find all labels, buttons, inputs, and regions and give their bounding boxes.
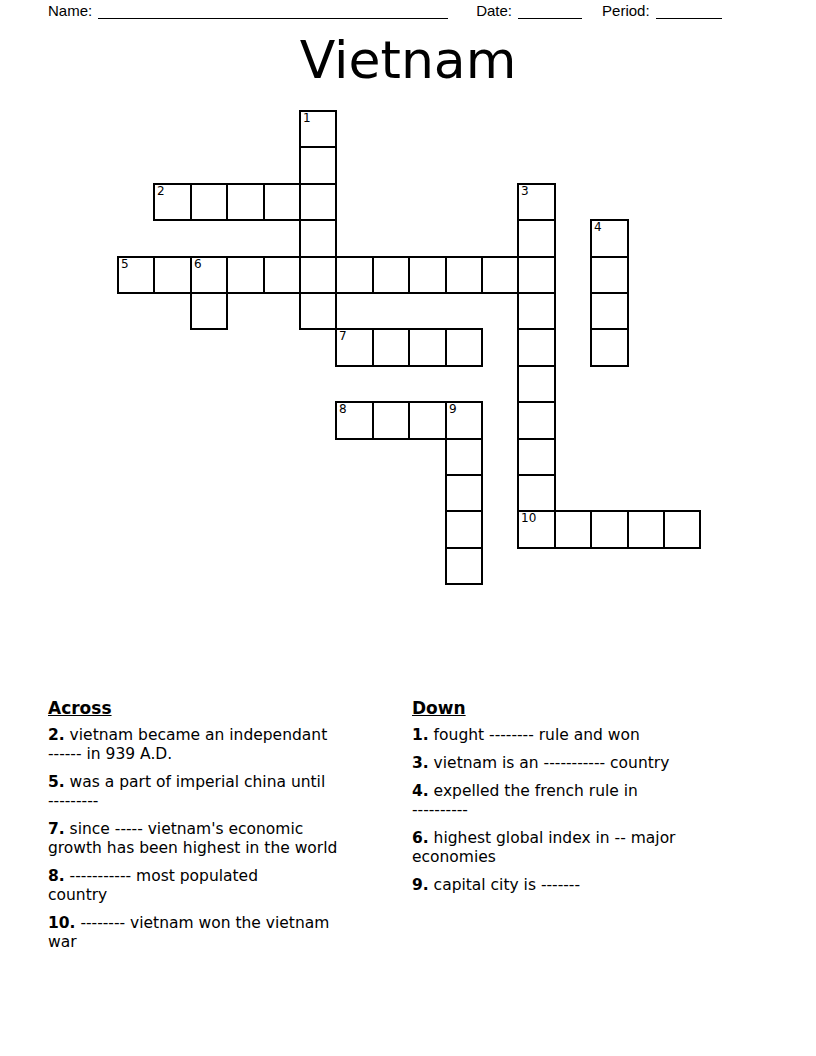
down-heading: Down: [412, 699, 762, 718]
clue-number-3: 3: [521, 185, 529, 198]
across-clue-8-line-1: 8. ----------- most populated: [48, 867, 398, 886]
grid-cell-r2c11[interactable]: 3: [517, 183, 556, 221]
across-clue-10: 10. -------- vietnam won the vietnamwar: [48, 914, 398, 952]
across-clue-5-line-2: ---------: [48, 792, 398, 811]
down-clue-4-line-1: 4. expelled the french rule in: [412, 782, 762, 801]
down-clue-9-line-1: 9. capital city is -------: [412, 876, 762, 895]
period-label: Period:: [602, 2, 650, 19]
across-clue-10-line-2: war: [48, 933, 398, 952]
grid-cell-r5c11[interactable]: [517, 292, 556, 330]
clue-number-8: 8: [339, 403, 347, 416]
grid-cell-r6c6[interactable]: 7: [335, 328, 374, 367]
header: Name: Date: Period:: [48, 2, 722, 19]
down-clues: Down 1. fought -------- rule and won3. v…: [412, 699, 762, 961]
clue-number-10: 10: [521, 512, 536, 525]
grid-cell-r5c13[interactable]: [590, 292, 629, 330]
period-blank-line[interactable]: [656, 3, 722, 19]
across-clue-2-line-2: ------ in 939 A.D.: [48, 745, 398, 764]
grid-cell-r6c8[interactable]: [408, 328, 447, 367]
grid-cell-r4c3[interactable]: [226, 256, 265, 294]
grid-cell-r8c7[interactable]: [372, 401, 410, 440]
grid-cell-r4c11[interactable]: [517, 256, 556, 294]
across-clue-10-number: 10.: [48, 914, 75, 932]
down-clue-4: 4. expelled the french rule in----------: [412, 782, 762, 820]
worksheet-page: Name: Date: Period: Vietnam 12345678910 …: [0, 0, 816, 1056]
page-title: Vietnam: [0, 30, 816, 90]
down-clue-1-number: 1.: [412, 726, 429, 744]
down-clue-3-line-1: 3. vietnam is an ----------- country: [412, 754, 762, 773]
down-clue-3: 3. vietnam is an ----------- country: [412, 754, 762, 773]
across-clue-7-number: 7.: [48, 820, 65, 838]
across-clue-7: 7. since ----- vietnam's economicgrowth …: [48, 820, 398, 858]
grid-cell-r7c11[interactable]: [517, 365, 556, 403]
grid-cell-r1c5[interactable]: [299, 146, 337, 185]
across-clue-7-line-1: 7. since ----- vietnam's economic: [48, 820, 398, 839]
across-clue-2-number: 2.: [48, 726, 65, 744]
name-label: Name:: [48, 2, 92, 19]
down-clue-1: 1. fought -------- rule and won: [412, 726, 762, 745]
grid-cell-r9c9[interactable]: [445, 438, 483, 476]
clue-number-4: 4: [594, 221, 602, 234]
grid-cell-r12c9[interactable]: [445, 547, 483, 585]
grid-cell-r4c5[interactable]: [299, 256, 337, 294]
grid-cell-r4c0[interactable]: 5: [117, 256, 155, 294]
down-clue-1-line-1: 1. fought -------- rule and won: [412, 726, 762, 745]
clue-number-6: 6: [194, 258, 202, 271]
grid-cell-r6c13[interactable]: [590, 328, 629, 367]
grid-cell-r4c9[interactable]: [445, 256, 483, 294]
grid-cell-r2c4[interactable]: [263, 183, 301, 221]
across-clue-2-line-1: 2. vietnam became an independant: [48, 726, 398, 745]
grid-cell-r4c2[interactable]: 6: [190, 256, 228, 294]
grid-cell-r2c5[interactable]: [299, 183, 337, 221]
grid-cell-r4c13[interactable]: [590, 256, 629, 294]
grid-cell-r2c1[interactable]: 2: [153, 183, 192, 221]
grid-cell-r6c11[interactable]: [517, 328, 556, 367]
grid-cell-r11c12[interactable]: [554, 510, 592, 549]
across-clue-7-line-2: growth has been highest in the world: [48, 839, 398, 858]
grid-cell-r3c11[interactable]: [517, 219, 556, 258]
clue-number-1: 1: [303, 112, 311, 125]
down-clue-9-number: 9.: [412, 876, 429, 894]
grid-cell-r6c9[interactable]: [445, 328, 483, 367]
across-clue-5-line-1: 5. was a part of imperial china until: [48, 773, 398, 792]
grid-cell-r4c1[interactable]: [153, 256, 192, 294]
down-clue-6-number: 6.: [412, 829, 429, 847]
down-clue-6-line-1: 6. highest global index in -- major: [412, 829, 762, 848]
across-clue-8-number: 8.: [48, 867, 65, 885]
grid-cell-r3c13[interactable]: 4: [590, 219, 629, 258]
grid-cell-r4c8[interactable]: [408, 256, 447, 294]
name-blank-line[interactable]: [98, 3, 448, 19]
grid-cell-r11c13[interactable]: [590, 510, 629, 549]
grid-cell-r5c5[interactable]: [299, 292, 337, 330]
grid-cell-r3c5[interactable]: [299, 219, 337, 258]
date-blank-line[interactable]: [518, 3, 582, 19]
down-clue-4-number: 4.: [412, 782, 429, 800]
down-clue-list: 1. fought -------- rule and won3. vietna…: [412, 726, 762, 895]
grid-cell-r4c7[interactable]: [372, 256, 410, 294]
grid-cell-r9c11[interactable]: [517, 438, 556, 476]
grid-cell-r10c11[interactable]: [517, 474, 556, 512]
clue-number-9: 9: [449, 403, 457, 416]
grid-cell-r5c2[interactable]: [190, 292, 228, 330]
clue-number-2: 2: [157, 185, 165, 198]
grid-cell-r6c7[interactable]: [372, 328, 410, 367]
down-clue-3-number: 3.: [412, 754, 429, 772]
date-label: Date:: [476, 2, 512, 19]
grid-cell-r4c4[interactable]: [263, 256, 301, 294]
down-clue-9: 9. capital city is -------: [412, 876, 762, 895]
grid-cell-r11c9[interactable]: [445, 510, 483, 549]
clue-section: Across 2. vietnam became an independant-…: [48, 699, 788, 961]
down-clue-6: 6. highest global index in -- majorecono…: [412, 829, 762, 867]
grid-cell-r4c10[interactable]: [481, 256, 519, 294]
across-clue-8-line-2: country: [48, 886, 398, 905]
clue-number-7: 7: [339, 330, 347, 343]
across-clue-8: 8. ----------- most populatedcountry: [48, 867, 398, 905]
across-heading: Across: [48, 699, 398, 718]
across-clues: Across 2. vietnam became an independant-…: [48, 699, 398, 961]
clue-number-5: 5: [121, 258, 129, 271]
across-clue-5: 5. was a part of imperial china until---…: [48, 773, 398, 811]
grid-cell-r11c14[interactable]: [627, 510, 665, 549]
down-clue-4-line-2: ----------: [412, 801, 762, 820]
grid-cell-r4c6[interactable]: [335, 256, 374, 294]
grid-cell-r11c11[interactable]: 10: [517, 510, 556, 549]
down-clue-6-line-2: economies: [412, 848, 762, 867]
across-clue-10-line-1: 10. -------- vietnam won the vietnam: [48, 914, 398, 933]
grid-cell-r2c3[interactable]: [226, 183, 265, 221]
grid-cell-r8c11[interactable]: [517, 401, 556, 440]
grid-cell-r11c15[interactable]: [663, 510, 701, 549]
across-clue-2: 2. vietnam became an independant------ i…: [48, 726, 398, 764]
grid-cell-r8c9[interactable]: 9: [445, 401, 483, 440]
grid-cell-r8c6[interactable]: 8: [335, 401, 374, 440]
across-clue-list: 2. vietnam became an independant------ i…: [48, 726, 398, 952]
grid-cell-r10c9[interactable]: [445, 474, 483, 512]
across-clue-5-number: 5.: [48, 773, 65, 791]
grid-cell-r2c2[interactable]: [190, 183, 228, 221]
grid-cell-r8c8[interactable]: [408, 401, 447, 440]
grid-cell-r0c5[interactable]: 1: [299, 110, 337, 148]
